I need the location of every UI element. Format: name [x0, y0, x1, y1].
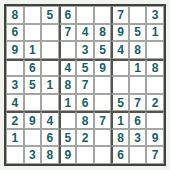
cell-r9c4[interactable]: 9	[59, 146, 77, 164]
cell-r8c5[interactable]: 2	[76, 129, 94, 147]
cell-r9c8[interactable]	[129, 146, 147, 164]
given-digit: 3	[134, 132, 141, 144]
cell-r4c1[interactable]	[6, 59, 24, 77]
cell-r4c9[interactable]: 8	[146, 59, 164, 77]
cell-r9c6[interactable]	[94, 146, 112, 164]
given-digit: 4	[47, 115, 54, 127]
cell-r1c3[interactable]: 5	[41, 6, 59, 24]
cell-r9c1[interactable]	[6, 146, 24, 164]
given-digit: 6	[134, 115, 141, 127]
cell-r3c8[interactable]: 8	[129, 41, 147, 59]
cell-r9c5[interactable]	[76, 146, 94, 164]
given-digit: 4	[82, 26, 89, 38]
cell-r1c7[interactable]: 7	[111, 6, 129, 24]
cell-r8c4[interactable]: 5	[59, 129, 77, 147]
cell-r9c9[interactable]: 7	[146, 146, 164, 164]
given-digit: 2	[82, 132, 89, 144]
cell-r7c1[interactable]: 2	[6, 111, 24, 129]
given-digit: 7	[99, 115, 106, 127]
given-digit: 1	[29, 44, 36, 56]
given-digit: 7	[134, 97, 141, 109]
given-digit: 4	[11, 97, 18, 109]
given-digit: 4	[65, 62, 72, 74]
cell-r9c2[interactable]: 3	[24, 146, 42, 164]
given-digit: 9	[99, 62, 106, 74]
given-digit: 6	[11, 26, 18, 38]
cell-r5c7[interactable]	[111, 76, 129, 94]
cell-r6c1[interactable]: 4	[6, 94, 24, 112]
given-digit: 7	[82, 79, 89, 91]
cell-r5c3[interactable]: 1	[41, 76, 59, 94]
cell-r6c3[interactable]	[41, 94, 59, 112]
cell-r5c5[interactable]: 7	[76, 76, 94, 94]
given-digit: 3	[152, 9, 159, 21]
cell-r8c2[interactable]	[24, 129, 42, 147]
cell-r2c1[interactable]: 6	[6, 24, 24, 42]
cell-r8c8[interactable]: 3	[129, 129, 147, 147]
cell-r3c9[interactable]	[146, 41, 164, 59]
given-digit: 8	[152, 62, 159, 74]
cell-r2c6[interactable]: 8	[94, 24, 112, 42]
cell-r7c7[interactable]: 1	[111, 111, 129, 129]
cell-r1c6[interactable]	[94, 6, 112, 24]
given-digit: 6	[117, 149, 124, 161]
cell-r4c8[interactable]: 1	[129, 59, 147, 77]
cell-r2c2[interactable]	[24, 24, 42, 42]
given-digit: 8	[65, 79, 72, 91]
cell-r2c3[interactable]	[41, 24, 59, 42]
given-digit: 8	[134, 44, 141, 56]
cell-r2c7[interactable]: 9	[111, 24, 129, 42]
given-digit: 4	[117, 44, 124, 56]
given-digit: 5	[134, 26, 141, 38]
given-digit: 1	[47, 79, 54, 91]
cell-r3c7[interactable]: 4	[111, 41, 129, 59]
given-digit: 1	[117, 115, 124, 127]
cell-r4c6[interactable]: 9	[94, 59, 112, 77]
given-digit: 1	[152, 26, 159, 38]
cell-r3c4[interactable]	[59, 41, 77, 59]
cell-r4c7[interactable]	[111, 59, 129, 77]
cell-r9c7[interactable]: 6	[111, 146, 129, 164]
cell-r5c4[interactable]: 8	[59, 76, 77, 94]
cell-r5c1[interactable]: 3	[6, 76, 24, 94]
cell-r2c4[interactable]: 7	[59, 24, 77, 42]
cell-r4c4[interactable]: 4	[59, 59, 77, 77]
given-digit: 8	[117, 132, 124, 144]
cell-r7c8[interactable]: 6	[129, 111, 147, 129]
given-digit: 1	[11, 132, 18, 144]
cell-r2c5[interactable]: 4	[76, 24, 94, 42]
cell-r5c6[interactable]	[94, 76, 112, 94]
cell-r4c5[interactable]: 5	[76, 59, 94, 77]
cell-r5c8[interactable]	[129, 76, 147, 94]
cell-r1c9[interactable]: 3	[146, 6, 164, 24]
given-digit: 1	[134, 62, 141, 74]
cell-r7c4[interactable]	[59, 111, 77, 129]
cell-r1c4[interactable]: 6	[59, 6, 77, 24]
given-digit: 6	[82, 97, 89, 109]
cell-r2c8[interactable]: 5	[129, 24, 147, 42]
cell-r7c3[interactable]: 4	[41, 111, 59, 129]
cell-r6c5[interactable]: 6	[76, 94, 94, 112]
cell-r8c9[interactable]: 9	[146, 129, 164, 147]
sudoku-board: 8567367489519135486459183518741657229487…	[4, 4, 166, 166]
given-digit: 7	[152, 149, 159, 161]
cell-r8c1[interactable]: 1	[6, 129, 24, 147]
given-digit: 5	[117, 97, 124, 109]
given-digit: 2	[11, 115, 18, 127]
cell-r7c9[interactable]	[146, 111, 164, 129]
cell-r8c3[interactable]: 6	[41, 129, 59, 147]
cell-r7c6[interactable]: 7	[94, 111, 112, 129]
cell-r3c1[interactable]: 9	[6, 41, 24, 59]
cell-r6c7[interactable]: 5	[111, 94, 129, 112]
given-digit: 5	[99, 44, 106, 56]
cell-r1c1[interactable]: 8	[6, 6, 24, 24]
cell-r1c2[interactable]	[24, 6, 42, 24]
given-digit: 6	[47, 132, 54, 144]
cell-r5c2[interactable]: 5	[24, 76, 42, 94]
given-digit: 9	[152, 132, 159, 144]
given-digit: 3	[82, 44, 89, 56]
given-digit: 5	[29, 79, 36, 91]
given-digit: 8	[11, 9, 18, 21]
given-digit: 6	[65, 9, 72, 21]
given-digit: 6	[29, 62, 36, 74]
given-digit: 5	[82, 62, 89, 74]
cell-r2c9[interactable]: 1	[146, 24, 164, 42]
given-digit: 7	[65, 26, 72, 38]
given-digit: 2	[152, 97, 159, 109]
cell-r6c6[interactable]	[94, 94, 112, 112]
cell-r1c5[interactable]	[76, 6, 94, 24]
cell-r3c5[interactable]: 3	[76, 41, 94, 59]
given-digit: 9	[65, 149, 72, 161]
cell-r5c9[interactable]	[146, 76, 164, 94]
given-digit: 1	[65, 97, 72, 109]
cell-r7c5[interactable]: 8	[76, 111, 94, 129]
given-digit: 3	[29, 149, 36, 161]
cell-r8c6[interactable]	[94, 129, 112, 147]
cell-r4c3[interactable]	[41, 59, 59, 77]
given-digit: 5	[47, 9, 54, 21]
given-digit: 9	[117, 26, 124, 38]
given-digit: 8	[82, 115, 89, 127]
cell-r8c7[interactable]: 8	[111, 129, 129, 147]
cell-r6c8[interactable]: 7	[129, 94, 147, 112]
cell-r3c6[interactable]: 5	[94, 41, 112, 59]
given-digit: 9	[29, 115, 36, 127]
given-digit: 9	[11, 44, 18, 56]
cell-r6c9[interactable]: 2	[146, 94, 164, 112]
cell-r1c8[interactable]	[129, 6, 147, 24]
given-digit: 8	[47, 149, 54, 161]
cell-r9c3[interactable]: 8	[41, 146, 59, 164]
cell-r6c4[interactable]: 1	[59, 94, 77, 112]
given-digit: 3	[11, 79, 18, 91]
given-digit: 5	[65, 132, 72, 144]
cell-r3c3[interactable]	[41, 41, 59, 59]
cell-r7c2[interactable]: 9	[24, 111, 42, 129]
given-digit: 7	[117, 9, 124, 21]
given-digit: 8	[99, 26, 106, 38]
cell-r3c2[interactable]: 1	[24, 41, 42, 59]
cell-r6c2[interactable]	[24, 94, 42, 112]
cell-r4c2[interactable]: 6	[24, 59, 42, 77]
